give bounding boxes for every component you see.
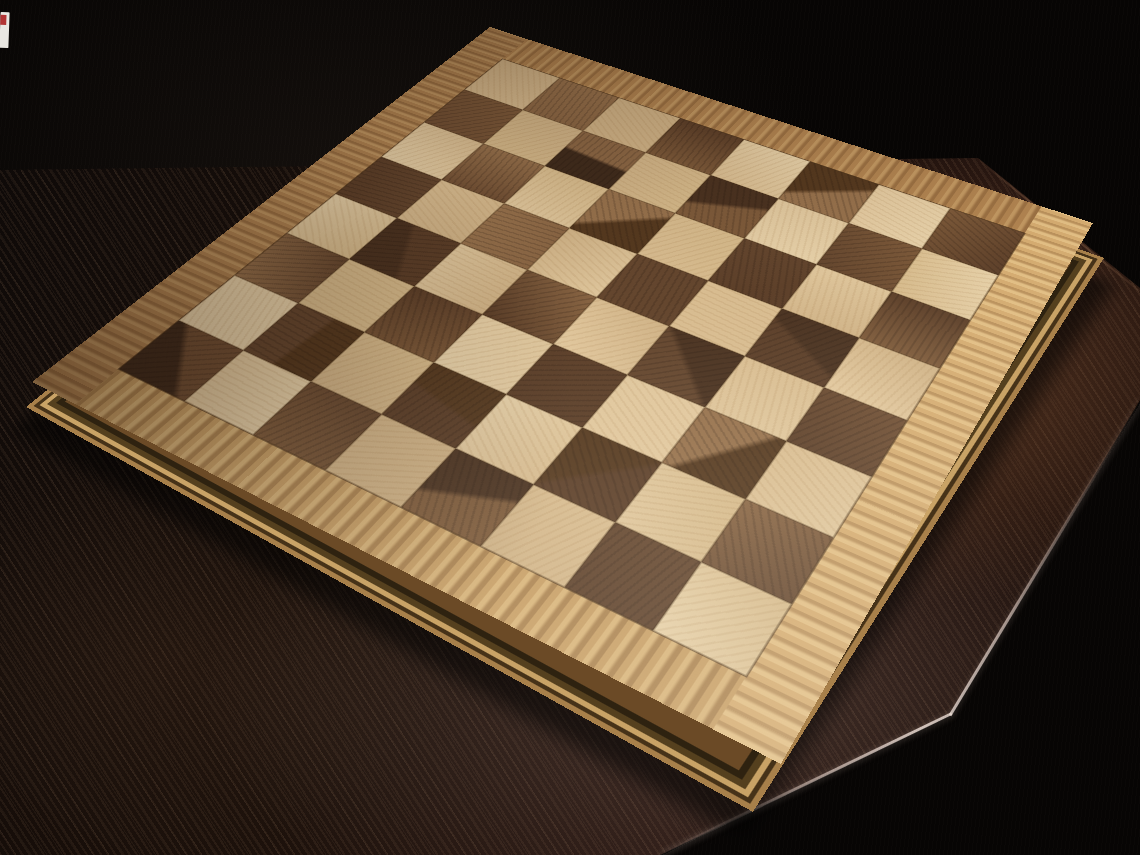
scene xyxy=(0,0,1140,855)
paper-scrap xyxy=(0,12,10,48)
paper-red-mark xyxy=(0,15,6,25)
